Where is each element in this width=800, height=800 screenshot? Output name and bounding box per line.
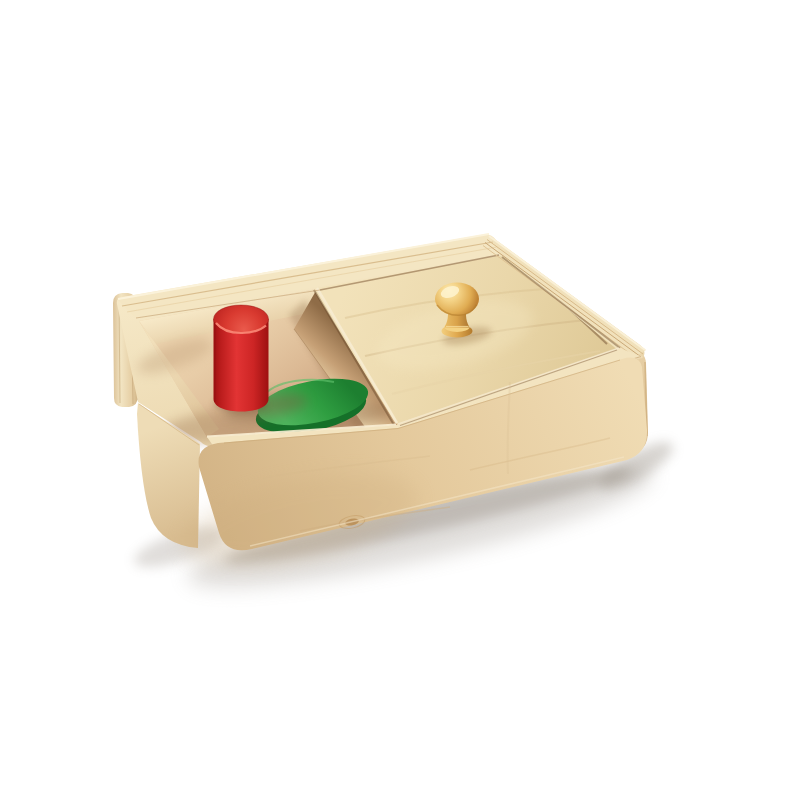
product-photo-canvas xyxy=(0,0,800,800)
montessori-box-scene xyxy=(0,0,800,800)
